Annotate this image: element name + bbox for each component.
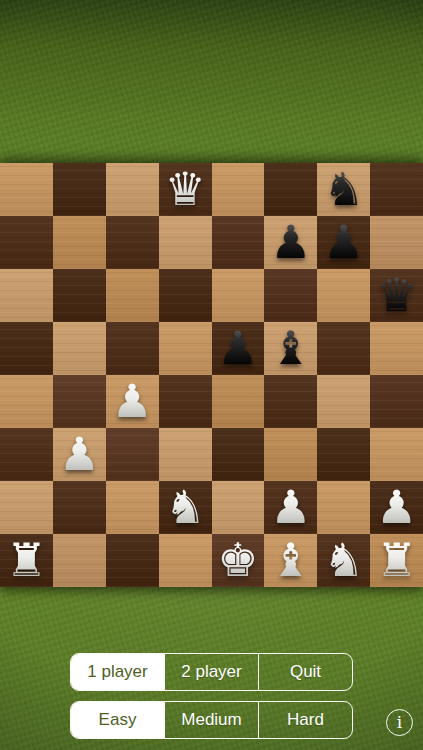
square-g6[interactable] bbox=[317, 269, 370, 322]
square-c6[interactable] bbox=[106, 269, 159, 322]
piece-white-pawn-c4[interactable]: ♟ bbox=[106, 375, 159, 428]
piece-white-pawn-h2[interactable]: ♟ bbox=[370, 481, 423, 534]
square-c2[interactable] bbox=[106, 481, 159, 534]
square-a1[interactable]: ♜ bbox=[0, 534, 53, 587]
piece-black-queen-h6[interactable]: ♛ bbox=[370, 269, 423, 322]
difficulty-segmented-control: Easy Medium Hard bbox=[70, 701, 353, 739]
square-f4[interactable] bbox=[264, 375, 317, 428]
square-d6[interactable] bbox=[159, 269, 212, 322]
square-a7[interactable] bbox=[0, 216, 53, 269]
square-d3[interactable] bbox=[159, 428, 212, 481]
square-a5[interactable] bbox=[0, 322, 53, 375]
square-e8[interactable] bbox=[212, 163, 265, 216]
square-g8[interactable]: ♞ bbox=[317, 163, 370, 216]
square-h4[interactable] bbox=[370, 375, 423, 428]
square-c3[interactable] bbox=[106, 428, 159, 481]
square-g5[interactable] bbox=[317, 322, 370, 375]
square-b4[interactable] bbox=[53, 375, 106, 428]
square-e2[interactable] bbox=[212, 481, 265, 534]
square-e6[interactable] bbox=[212, 269, 265, 322]
square-f5[interactable]: ♝ bbox=[264, 322, 317, 375]
piece-white-knight-d2[interactable]: ♞ bbox=[159, 481, 212, 534]
piece-white-rook-a1[interactable]: ♜ bbox=[0, 534, 53, 587]
square-b2[interactable] bbox=[53, 481, 106, 534]
one-player-button[interactable]: 1 player bbox=[71, 654, 164, 690]
square-h2[interactable]: ♟ bbox=[370, 481, 423, 534]
square-a8[interactable] bbox=[0, 163, 53, 216]
square-f3[interactable] bbox=[264, 428, 317, 481]
piece-black-pawn-f7[interactable]: ♟ bbox=[264, 216, 317, 269]
square-g2[interactable] bbox=[317, 481, 370, 534]
square-h1[interactable]: ♜ bbox=[370, 534, 423, 587]
two-player-button[interactable]: 2 player bbox=[164, 654, 258, 690]
piece-white-rook-h1[interactable]: ♜ bbox=[370, 534, 423, 587]
square-b6[interactable] bbox=[53, 269, 106, 322]
square-c8[interactable] bbox=[106, 163, 159, 216]
square-e5[interactable]: ♟ bbox=[212, 322, 265, 375]
square-g7[interactable]: ♟ bbox=[317, 216, 370, 269]
piece-white-queen-d8[interactable]: ♛ bbox=[159, 163, 212, 216]
square-a6[interactable] bbox=[0, 269, 53, 322]
mode-segmented-control: 1 player 2 player Quit bbox=[70, 653, 353, 691]
quit-button[interactable]: Quit bbox=[258, 654, 352, 690]
square-b3[interactable]: ♟ bbox=[53, 428, 106, 481]
square-h8[interactable] bbox=[370, 163, 423, 216]
square-b5[interactable] bbox=[53, 322, 106, 375]
square-b7[interactable] bbox=[53, 216, 106, 269]
square-e7[interactable] bbox=[212, 216, 265, 269]
square-c4[interactable]: ♟ bbox=[106, 375, 159, 428]
square-f2[interactable]: ♟ bbox=[264, 481, 317, 534]
square-g3[interactable] bbox=[317, 428, 370, 481]
square-d7[interactable] bbox=[159, 216, 212, 269]
square-h5[interactable] bbox=[370, 322, 423, 375]
square-g4[interactable] bbox=[317, 375, 370, 428]
square-f6[interactable] bbox=[264, 269, 317, 322]
chess-board: ♛♞♟♟♛♟♝♟♟♞♟♟♜♚♝♞♜ bbox=[0, 163, 423, 587]
easy-button[interactable]: Easy bbox=[71, 702, 164, 738]
square-d4[interactable] bbox=[159, 375, 212, 428]
square-c1[interactable] bbox=[106, 534, 159, 587]
square-d2[interactable]: ♞ bbox=[159, 481, 212, 534]
piece-black-pawn-e5[interactable]: ♟ bbox=[212, 322, 265, 375]
square-d5[interactable] bbox=[159, 322, 212, 375]
piece-black-pawn-g7[interactable]: ♟ bbox=[317, 216, 370, 269]
info-button[interactable]: i bbox=[386, 709, 413, 736]
info-icon: i bbox=[397, 714, 402, 731]
square-f8[interactable] bbox=[264, 163, 317, 216]
square-a2[interactable] bbox=[0, 481, 53, 534]
square-a4[interactable] bbox=[0, 375, 53, 428]
square-d1[interactable] bbox=[159, 534, 212, 587]
square-b8[interactable] bbox=[53, 163, 106, 216]
piece-white-knight-g1[interactable]: ♞ bbox=[317, 534, 370, 587]
piece-white-pawn-f2[interactable]: ♟ bbox=[264, 481, 317, 534]
piece-white-king-e1[interactable]: ♚ bbox=[212, 534, 265, 587]
square-h3[interactable] bbox=[370, 428, 423, 481]
piece-white-bishop-f1[interactable]: ♝ bbox=[264, 534, 317, 587]
square-e3[interactable] bbox=[212, 428, 265, 481]
square-d8[interactable]: ♛ bbox=[159, 163, 212, 216]
square-a3[interactable] bbox=[0, 428, 53, 481]
square-g1[interactable]: ♞ bbox=[317, 534, 370, 587]
square-e4[interactable] bbox=[212, 375, 265, 428]
piece-black-bishop-f5[interactable]: ♝ bbox=[264, 322, 317, 375]
piece-white-pawn-b3[interactable]: ♟ bbox=[53, 428, 106, 481]
square-b1[interactable] bbox=[53, 534, 106, 587]
medium-button[interactable]: Medium bbox=[164, 702, 258, 738]
square-h7[interactable] bbox=[370, 216, 423, 269]
piece-black-knight-g8[interactable]: ♞ bbox=[317, 163, 370, 216]
square-c5[interactable] bbox=[106, 322, 159, 375]
square-h6[interactable]: ♛ bbox=[370, 269, 423, 322]
hard-button[interactable]: Hard bbox=[258, 702, 352, 738]
square-c7[interactable] bbox=[106, 216, 159, 269]
square-f7[interactable]: ♟ bbox=[264, 216, 317, 269]
square-e1[interactable]: ♚ bbox=[212, 534, 265, 587]
square-f1[interactable]: ♝ bbox=[264, 534, 317, 587]
